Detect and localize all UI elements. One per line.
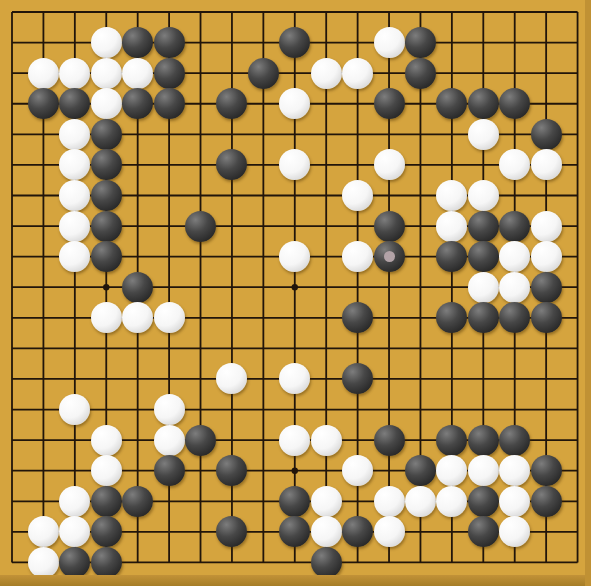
black-stone <box>122 486 153 517</box>
white-stone <box>468 180 499 211</box>
black-stone <box>248 58 279 89</box>
black-stone <box>405 58 436 89</box>
black-stone <box>374 211 405 242</box>
white-stone <box>91 58 122 89</box>
black-stone <box>499 425 530 456</box>
white-stone <box>59 211 90 242</box>
black-stone <box>91 547 122 578</box>
black-stone <box>531 272 562 303</box>
black-stone <box>405 455 436 486</box>
white-stone <box>91 455 122 486</box>
white-stone <box>91 425 122 456</box>
white-stone <box>59 58 90 89</box>
white-stone <box>436 486 467 517</box>
white-stone <box>374 516 405 547</box>
black-stone <box>91 241 122 272</box>
white-stone <box>311 425 342 456</box>
white-stone <box>468 272 499 303</box>
star-point <box>292 284 298 290</box>
white-stone <box>531 149 562 180</box>
black-stone <box>154 27 185 58</box>
black-stone <box>531 119 562 150</box>
white-stone <box>122 58 153 89</box>
black-stone <box>122 272 153 303</box>
white-stone <box>311 58 342 89</box>
white-stone <box>91 88 122 119</box>
white-stone <box>374 27 405 58</box>
go-board[interactable] <box>0 0 591 586</box>
white-stone <box>154 394 185 425</box>
white-stone <box>374 149 405 180</box>
white-stone <box>468 119 499 150</box>
white-stone <box>374 486 405 517</box>
board-edge-bottom <box>0 575 591 586</box>
board-edge-right <box>585 0 591 586</box>
black-stone <box>28 88 59 119</box>
white-stone <box>279 425 310 456</box>
star-point <box>103 284 109 290</box>
black-stone <box>531 486 562 517</box>
white-stone <box>28 547 59 578</box>
white-stone <box>154 302 185 333</box>
white-stone <box>91 302 122 333</box>
black-stone <box>154 88 185 119</box>
white-stone <box>499 272 530 303</box>
black-stone <box>91 516 122 547</box>
black-stone <box>91 486 122 517</box>
black-stone <box>468 486 499 517</box>
white-stone <box>405 486 436 517</box>
black-stone <box>374 425 405 456</box>
white-stone <box>531 211 562 242</box>
white-stone <box>342 58 373 89</box>
black-stone <box>91 180 122 211</box>
black-stone <box>185 425 216 456</box>
white-stone <box>154 425 185 456</box>
black-stone <box>499 211 530 242</box>
black-stone <box>468 425 499 456</box>
black-stone <box>311 547 342 578</box>
white-stone <box>531 241 562 272</box>
black-stone <box>468 302 499 333</box>
last-move-stone <box>374 241 405 272</box>
white-stone <box>436 211 467 242</box>
star-point <box>292 468 298 474</box>
black-stone <box>405 27 436 58</box>
white-stone <box>499 486 530 517</box>
black-stone <box>91 119 122 150</box>
white-stone <box>342 180 373 211</box>
white-stone <box>59 486 90 517</box>
black-stone <box>436 425 467 456</box>
black-stone <box>468 211 499 242</box>
white-stone <box>311 486 342 517</box>
white-stone <box>311 516 342 547</box>
black-stone <box>374 88 405 119</box>
black-stone <box>154 58 185 89</box>
white-stone <box>28 58 59 89</box>
black-stone <box>91 211 122 242</box>
white-stone <box>91 27 122 58</box>
white-stone <box>468 455 499 486</box>
last-move-marker <box>384 251 395 262</box>
white-stone <box>59 119 90 150</box>
black-stone <box>468 516 499 547</box>
black-stone <box>531 302 562 333</box>
black-stone <box>468 241 499 272</box>
black-stone <box>154 455 185 486</box>
black-stone <box>185 211 216 242</box>
black-stone <box>91 149 122 180</box>
black-stone <box>531 455 562 486</box>
black-stone <box>279 486 310 517</box>
black-stone <box>468 88 499 119</box>
